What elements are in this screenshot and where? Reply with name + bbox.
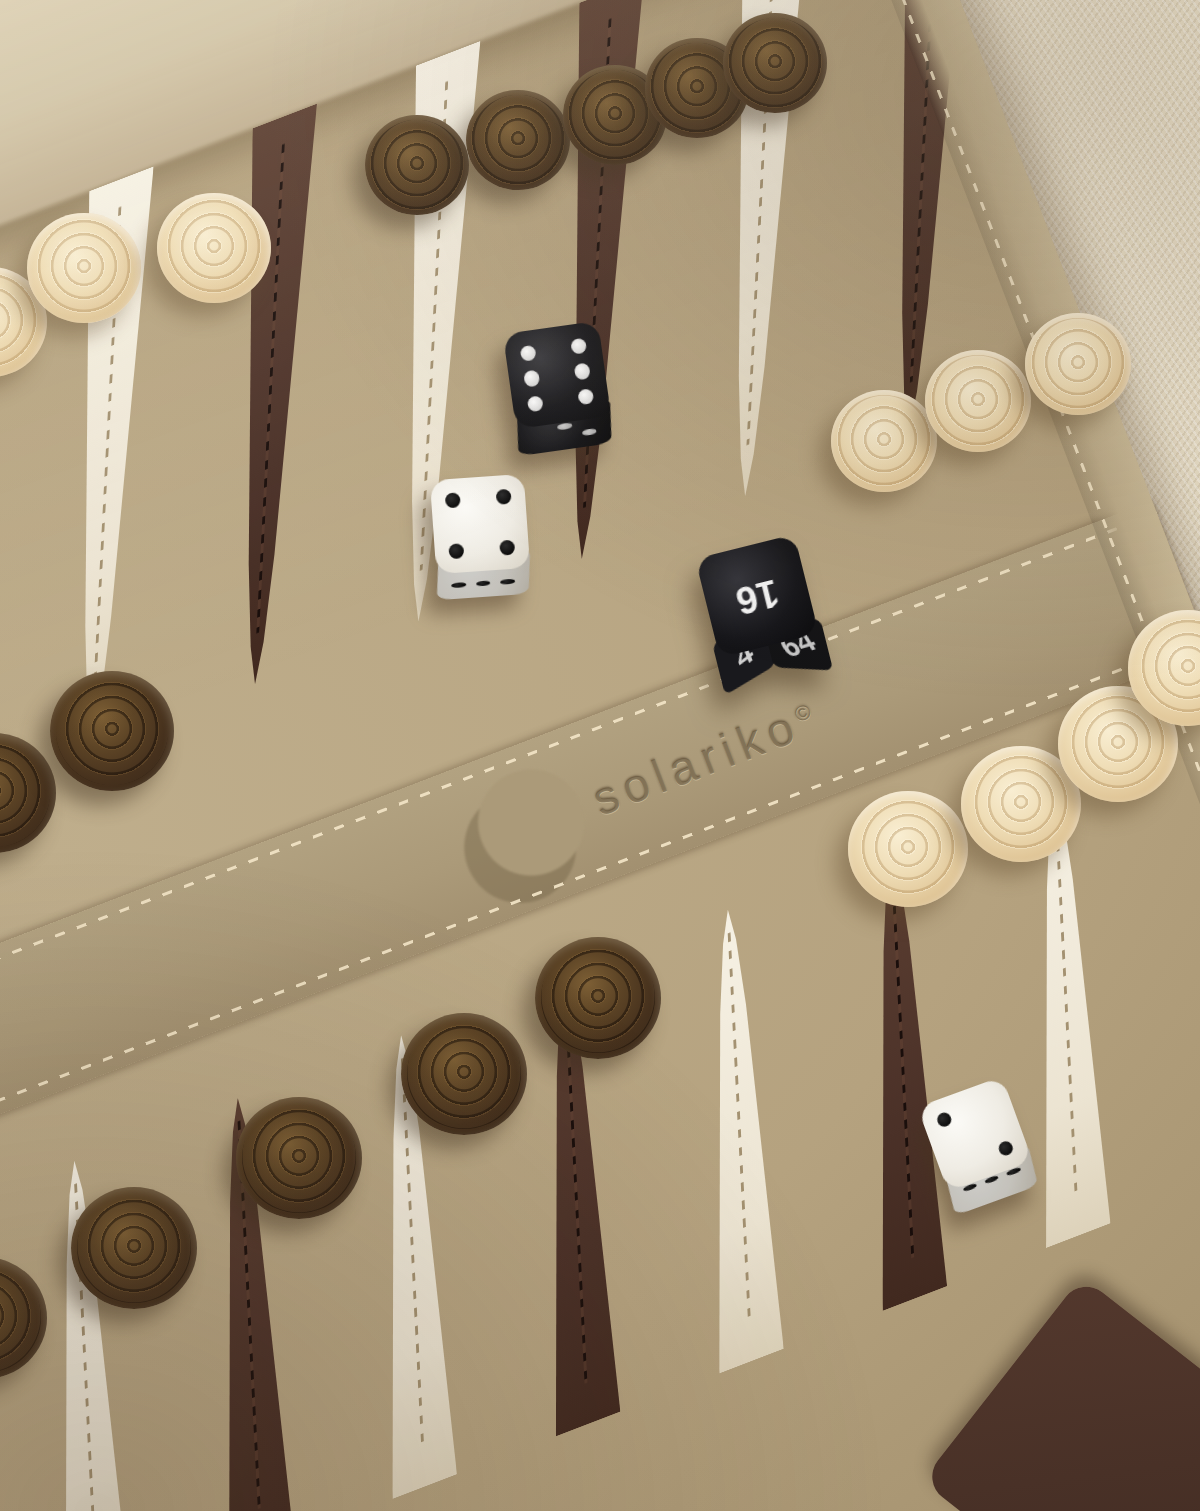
pieces-layer: 16 4 64 (0, 0, 1200, 1511)
die-pip (449, 543, 465, 559)
die-pip (527, 395, 544, 412)
checker-dark[interactable] (0, 1257, 47, 1379)
die-pip (495, 489, 511, 505)
die-pip (577, 388, 594, 405)
die-pip (582, 428, 597, 435)
checker-dark[interactable] (535, 937, 661, 1059)
black-die[interactable] (503, 321, 611, 429)
white-die-center[interactable] (430, 474, 530, 574)
die-top-face (503, 321, 611, 429)
checker-light[interactable] (848, 791, 968, 907)
checker-light[interactable] (925, 350, 1031, 453)
die-pip (935, 1110, 953, 1128)
die-pip (997, 1139, 1015, 1157)
die-pip (557, 423, 572, 430)
checker-dark[interactable] (71, 1187, 197, 1309)
die-pip (523, 370, 540, 387)
checker-light[interactable] (1025, 313, 1131, 416)
backgammon-photo-stage: solariko© 16 4 64 (0, 0, 1200, 1511)
die-pip (570, 337, 587, 354)
die-pip (445, 493, 461, 509)
checker-dark[interactable] (236, 1097, 362, 1219)
checker-dark[interactable] (0, 733, 56, 853)
checker-dark[interactable] (466, 90, 570, 191)
die-pip (451, 582, 466, 588)
checker-light[interactable] (157, 193, 271, 304)
die-pip (519, 345, 536, 362)
checker-light[interactable] (831, 390, 937, 493)
die-pip (500, 579, 515, 585)
die-top-face (430, 474, 530, 574)
checker-dark[interactable] (50, 671, 174, 791)
die-pip (476, 580, 491, 586)
die-pip (574, 363, 591, 380)
die-pip (499, 539, 515, 555)
doubling-cube[interactable]: 16 4 64 (695, 534, 819, 658)
checker-dark[interactable] (365, 115, 469, 216)
checker-dark[interactable] (723, 13, 827, 114)
checker-dark[interactable] (401, 1013, 527, 1135)
white-die-bottom[interactable] (917, 1076, 1032, 1191)
checker-light[interactable] (27, 213, 141, 324)
